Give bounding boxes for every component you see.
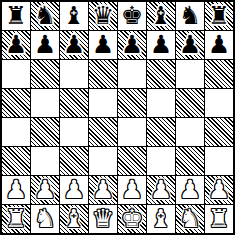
square-d2[interactable]: ♟ [89, 176, 117, 204]
square-f7[interactable]: ♟ [147, 31, 175, 59]
square-h4[interactable] [205, 118, 233, 146]
square-c4[interactable] [60, 118, 88, 146]
square-a4[interactable] [2, 118, 30, 146]
black-pawn-icon: ♟ [121, 32, 143, 57]
black-knight-icon: ♞ [179, 3, 201, 28]
square-f6[interactable] [147, 60, 175, 88]
black-pawn-icon: ♟ [92, 32, 114, 57]
square-b4[interactable] [31, 118, 59, 146]
black-pawn-icon: ♟ [208, 32, 230, 57]
square-g8[interactable]: ♞ [176, 2, 204, 30]
square-e4[interactable] [118, 118, 146, 146]
square-d7[interactable]: ♟ [89, 31, 117, 59]
white-pawn-icon: ♟ [92, 177, 114, 202]
white-bishop-icon: ♝ [150, 206, 172, 231]
square-f3[interactable] [147, 147, 175, 175]
square-e5[interactable] [118, 89, 146, 117]
square-d4[interactable] [89, 118, 117, 146]
square-f4[interactable] [147, 118, 175, 146]
white-queen-icon: ♛ [92, 206, 114, 231]
square-f1[interactable]: ♝ [147, 205, 175, 233]
square-a5[interactable] [2, 89, 30, 117]
white-pawn-icon: ♟ [179, 177, 201, 202]
square-d3[interactable] [89, 147, 117, 175]
chess-board: ♜♞♝♛♚♝♞♜♟♟♟♟♟♟♟♟♟♟♟♟♟♟♟♟♜♞♝♛♚♝♞♜ [0, 0, 235, 235]
square-f8[interactable]: ♝ [147, 2, 175, 30]
square-d5[interactable] [89, 89, 117, 117]
square-b1[interactable]: ♞ [31, 205, 59, 233]
black-pawn-icon: ♟ [150, 32, 172, 57]
square-a1[interactable]: ♜ [2, 205, 30, 233]
square-h6[interactable] [205, 60, 233, 88]
square-g4[interactable] [176, 118, 204, 146]
white-knight-icon: ♞ [179, 206, 201, 231]
white-pawn-icon: ♟ [5, 177, 27, 202]
white-bishop-icon: ♝ [63, 206, 85, 231]
black-queen-icon: ♛ [92, 3, 114, 28]
square-c2[interactable]: ♟ [60, 176, 88, 204]
white-pawn-icon: ♟ [150, 177, 172, 202]
white-rook-icon: ♜ [5, 206, 27, 231]
white-pawn-icon: ♟ [34, 177, 56, 202]
square-a2[interactable]: ♟ [2, 176, 30, 204]
square-d1[interactable]: ♛ [89, 205, 117, 233]
square-g7[interactable]: ♟ [176, 31, 204, 59]
square-e8[interactable]: ♚ [118, 2, 146, 30]
white-pawn-icon: ♟ [208, 177, 230, 202]
white-king-icon: ♚ [121, 206, 143, 231]
square-a3[interactable] [2, 147, 30, 175]
square-h8[interactable]: ♜ [205, 2, 233, 30]
square-f5[interactable] [147, 89, 175, 117]
black-bishop-icon: ♝ [150, 3, 172, 28]
square-g2[interactable]: ♟ [176, 176, 204, 204]
black-rook-icon: ♜ [5, 3, 27, 28]
square-e6[interactable] [118, 60, 146, 88]
black-knight-icon: ♞ [34, 3, 56, 28]
square-b6[interactable] [31, 60, 59, 88]
square-c6[interactable] [60, 60, 88, 88]
square-d8[interactable]: ♛ [89, 2, 117, 30]
square-e3[interactable] [118, 147, 146, 175]
square-c7[interactable]: ♟ [60, 31, 88, 59]
square-b3[interactable] [31, 147, 59, 175]
square-h1[interactable]: ♜ [205, 205, 233, 233]
square-g6[interactable] [176, 60, 204, 88]
square-h3[interactable] [205, 147, 233, 175]
square-e2[interactable]: ♟ [118, 176, 146, 204]
white-pawn-icon: ♟ [121, 177, 143, 202]
white-knight-icon: ♞ [34, 206, 56, 231]
square-h5[interactable] [205, 89, 233, 117]
square-a8[interactable]: ♜ [2, 2, 30, 30]
square-e1[interactable]: ♚ [118, 205, 146, 233]
square-b2[interactable]: ♟ [31, 176, 59, 204]
white-pawn-icon: ♟ [63, 177, 85, 202]
square-c5[interactable] [60, 89, 88, 117]
square-c3[interactable] [60, 147, 88, 175]
black-pawn-icon: ♟ [5, 32, 27, 57]
square-g5[interactable] [176, 89, 204, 117]
square-f2[interactable]: ♟ [147, 176, 175, 204]
square-c8[interactable]: ♝ [60, 2, 88, 30]
black-king-icon: ♚ [121, 3, 143, 28]
square-e7[interactable]: ♟ [118, 31, 146, 59]
black-pawn-icon: ♟ [34, 32, 56, 57]
square-h7[interactable]: ♟ [205, 31, 233, 59]
square-d6[interactable] [89, 60, 117, 88]
square-g3[interactable] [176, 147, 204, 175]
square-h2[interactable]: ♟ [205, 176, 233, 204]
black-pawn-icon: ♟ [63, 32, 85, 57]
white-rook-icon: ♜ [208, 206, 230, 231]
black-bishop-icon: ♝ [63, 3, 85, 28]
square-b5[interactable] [31, 89, 59, 117]
square-g1[interactable]: ♞ [176, 205, 204, 233]
square-b7[interactable]: ♟ [31, 31, 59, 59]
square-b8[interactable]: ♞ [31, 2, 59, 30]
square-a6[interactable] [2, 60, 30, 88]
square-a7[interactable]: ♟ [2, 31, 30, 59]
black-rook-icon: ♜ [208, 3, 230, 28]
black-pawn-icon: ♟ [179, 32, 201, 57]
square-c1[interactable]: ♝ [60, 205, 88, 233]
